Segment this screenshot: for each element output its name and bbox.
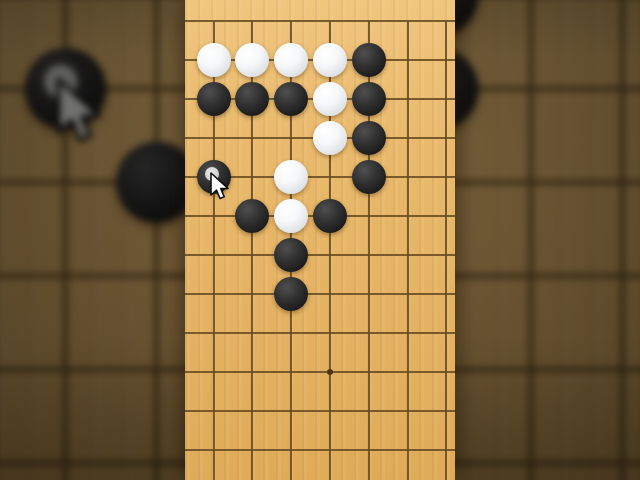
video-frame [0,0,640,480]
stone-white[interactable] [235,43,269,77]
grid-line-vertical [445,21,447,480]
stone-black[interactable] [274,238,308,272]
stone-black[interactable] [235,82,269,116]
grid-line-vertical [155,0,160,480]
stone-black[interactable] [274,277,308,311]
grid-line-vertical [528,0,533,480]
stone-white[interactable] [274,199,308,233]
grid-line-horizontal [185,371,455,373]
stone-white[interactable] [313,43,347,77]
grid-line-horizontal [185,293,455,295]
grid-line-vertical [621,0,626,480]
star-point [327,369,333,375]
grid-line-horizontal [185,332,455,334]
go-board[interactable] [185,0,455,480]
cursor-icon [50,73,112,155]
stone-white[interactable] [313,82,347,116]
go-board-video-strip[interactable] [185,0,455,480]
grid-line-horizontal [185,254,455,256]
cursor-icon [208,171,234,205]
stone-black[interactable] [352,43,386,77]
stone-white[interactable] [197,43,231,77]
stone-black[interactable] [235,199,269,233]
stone-white[interactable] [274,43,308,77]
grid-line-horizontal [185,410,455,412]
grid-line-horizontal [185,20,455,22]
stone-black[interactable] [274,82,308,116]
stone-white[interactable] [313,121,347,155]
stone-black[interactable] [352,82,386,116]
grid-line-vertical [407,21,409,480]
stone-black[interactable] [352,160,386,194]
stone-black[interactable] [352,121,386,155]
stone-white[interactable] [274,160,308,194]
stone-black[interactable] [313,199,347,233]
stone-black[interactable] [197,82,231,116]
grid-line-horizontal [185,449,455,451]
